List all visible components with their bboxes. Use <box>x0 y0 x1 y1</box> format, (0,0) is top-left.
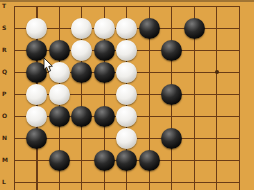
white-stone[interactable] <box>49 84 70 105</box>
black-stone[interactable] <box>139 150 160 171</box>
mouse-cursor-icon <box>43 58 54 73</box>
black-stone[interactable] <box>71 62 92 83</box>
black-stone[interactable] <box>116 150 137 171</box>
hoshi-point <box>215 70 219 74</box>
black-stone[interactable] <box>94 106 115 127</box>
black-stone[interactable] <box>161 128 182 149</box>
black-stone[interactable] <box>139 18 160 39</box>
black-stone[interactable] <box>71 106 92 127</box>
black-stone[interactable] <box>49 106 70 127</box>
white-stone[interactable] <box>116 18 137 39</box>
black-stone[interactable] <box>161 40 182 61</box>
white-stone[interactable] <box>94 18 115 39</box>
white-stone[interactable] <box>116 84 137 105</box>
black-stone[interactable] <box>26 128 47 149</box>
white-stone[interactable] <box>26 106 47 127</box>
black-stone[interactable] <box>94 40 115 61</box>
white-stone[interactable] <box>116 128 137 149</box>
white-stone[interactable] <box>116 40 137 61</box>
black-stone[interactable] <box>94 150 115 171</box>
white-stone[interactable] <box>26 84 47 105</box>
black-stone[interactable] <box>49 150 70 171</box>
white-stone[interactable] <box>71 40 92 61</box>
white-stone[interactable] <box>116 106 137 127</box>
black-stone[interactable] <box>94 62 115 83</box>
stone-grid[interactable] <box>3 0 251 190</box>
white-stone[interactable] <box>116 62 137 83</box>
black-stone[interactable] <box>161 84 182 105</box>
go-board[interactable]: TSRQPONML <box>0 0 254 190</box>
black-stone[interactable] <box>184 18 205 39</box>
white-stone[interactable] <box>26 18 47 39</box>
white-stone[interactable] <box>71 18 92 39</box>
